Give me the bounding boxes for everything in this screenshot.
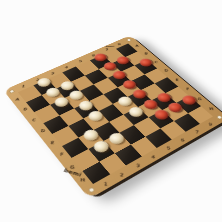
brand-logo: bemi [63, 167, 83, 177]
col-label-far-8: 8 [116, 42, 121, 45]
checkers-board: bemi bemi AA11BB22CC33DD44EE55FF66GG77HH… [3, 35, 222, 199]
col-label-far-6: 6 [91, 53, 97, 56]
board-wood-frame: bemi bemi AA11BB22CC33DD44EE55FF66GG77HH… [3, 35, 222, 199]
col-label-near-3: 3 [134, 163, 141, 168]
col-label-near-1: 1 [102, 181, 109, 187]
corner-hole-icon [9, 89, 16, 94]
col-label-near-4: 4 [150, 154, 157, 159]
row-label-near-A: A [14, 97, 21, 101]
col-label-far-7: 7 [104, 48, 109, 51]
row-label-far-H: H [207, 107, 214, 111]
square-H2[interactable] [99, 153, 126, 175]
row-label-near-C: C [30, 118, 37, 123]
board-grid [18, 43, 213, 184]
row-label-far-F: F [184, 87, 190, 91]
row-label-far-E: E [174, 78, 180, 82]
col-label-far-5: 5 [77, 59, 83, 63]
corner-hole-icon [126, 38, 132, 42]
row-label-near-F: F [58, 152, 65, 157]
row-label-near-H: H [79, 177, 86, 183]
row-label-near-E: E [48, 140, 55, 145]
row-label-far-A: A [134, 44, 139, 47]
row-label-far-B: B [143, 52, 149, 55]
row-label-far-C: C [153, 60, 159, 64]
photo-background: bemi bemi AA11BB22CC33DD44EE55FF66GG77HH… [0, 0, 222, 222]
col-label-near-6: 6 [179, 137, 186, 142]
col-label-far-4: 4 [63, 65, 69, 69]
col-label-near-7: 7 [193, 129, 200, 134]
row-label-far-G: G [196, 97, 203, 101]
col-label-far-1: 1 [20, 84, 27, 88]
row-label-near-B: B [22, 107, 29, 111]
row-label-near-D: D [39, 129, 46, 134]
corner-hole-icon [88, 187, 96, 194]
corner-hole-icon [216, 115, 222, 120]
col-label-near-8: 8 [207, 122, 214, 127]
col-label-far-2: 2 [35, 77, 41, 81]
col-label-far-3: 3 [49, 71, 55, 75]
col-label-near-5: 5 [165, 146, 172, 151]
col-label-near-2: 2 [118, 172, 125, 178]
row-label-far-D: D [163, 69, 169, 73]
white-piece-F5[interactable] [126, 105, 145, 118]
